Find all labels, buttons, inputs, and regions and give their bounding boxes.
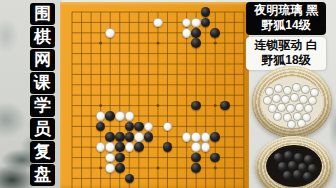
star-point [157, 104, 160, 107]
caption-char-4: 课 [30, 72, 55, 94]
black-stone [105, 132, 115, 142]
white-stone [201, 132, 211, 142]
star-point [157, 42, 160, 45]
star-point [99, 104, 102, 107]
white-stone [182, 132, 192, 142]
black-stones-pile [266, 145, 322, 187]
white-stone [191, 132, 201, 142]
go-lesson-thumbnail: 围棋网课学员复盘 夜明琉璃 黑 野狐14级 连锁驱动 白 野狐18级 [0, 0, 336, 188]
black-stone [220, 101, 230, 111]
star-point [214, 167, 217, 170]
bowl-white-stone [286, 104, 295, 113]
bowl-white-stone [274, 84, 283, 93]
caption-char-1: 围 [30, 3, 55, 25]
white-stones-pile [261, 77, 323, 128]
bowl-white-stone [277, 103, 286, 112]
black-stone [210, 132, 220, 142]
caption-char-3: 网 [30, 49, 55, 71]
black-stones-bowl [255, 136, 333, 188]
bowl-black-stone [293, 170, 302, 179]
white-stone [134, 132, 144, 142]
black-player-rank: 野狐14级 [246, 18, 326, 33]
white-stone [125, 142, 135, 152]
bowl-white-stone [272, 94, 281, 103]
white-player-name: 连锁驱动 白 [246, 38, 326, 53]
go-board[interactable] [60, 2, 249, 188]
caption-char-5: 学 [30, 95, 55, 117]
bowl-white-stone [301, 85, 310, 94]
bowl-white-stone [295, 103, 304, 112]
bowl-white-stone [304, 104, 313, 113]
star-point [214, 42, 217, 45]
star-point [99, 167, 102, 170]
white-stone [191, 18, 201, 28]
caption-char-7: 复 [30, 141, 55, 163]
caption-column: 围棋网课学员复盘 [30, 3, 56, 187]
star-point [157, 167, 160, 170]
star-point [214, 104, 217, 107]
bowl-white-stone [287, 120, 296, 128]
white-stone [96, 111, 106, 121]
player-info-white: 连锁驱动 白 野狐18级 [246, 37, 326, 70]
black-stone [134, 142, 144, 152]
bowl-white-stone [273, 112, 282, 121]
black-stone [191, 38, 201, 48]
black-stone [115, 153, 125, 163]
white-stone [125, 111, 135, 121]
bowl-black-stone [283, 171, 292, 180]
bowl-white-stone [297, 119, 306, 128]
black-stone [191, 163, 201, 173]
bowl-black-stone [294, 153, 303, 162]
white-stone [105, 28, 115, 38]
bowl-black-stone [278, 162, 287, 171]
bowl-white-stone [292, 83, 301, 92]
black-stone [191, 28, 201, 38]
white-stone [115, 111, 125, 121]
bowl-black-stone [274, 153, 283, 162]
black-stone [125, 132, 135, 142]
black-stone [115, 142, 125, 152]
bowl-black-stone [284, 151, 293, 160]
caption-char-6: 员 [30, 118, 55, 140]
player-info-black: 夜明琉璃 黑 野狐14级 [246, 2, 326, 35]
white-stone [105, 142, 115, 152]
bowl-black-stone [304, 155, 313, 164]
white-stone [182, 28, 192, 38]
white-stone [105, 163, 115, 173]
bowl-black-stone [288, 161, 297, 170]
bowl-white-stone [290, 93, 299, 102]
black-stone [105, 111, 115, 121]
white-stones-bowl [252, 66, 332, 138]
black-stone [115, 132, 125, 142]
caption-char-2: 棋 [30, 26, 55, 48]
white-stone [191, 142, 201, 152]
black-stone [115, 163, 125, 173]
white-stone [153, 18, 163, 28]
bowl-black-stone [303, 172, 312, 181]
black-stone [134, 122, 144, 132]
black-stone [144, 132, 154, 142]
black-stone [210, 28, 220, 38]
board-grid [60, 2, 249, 188]
caption-char-8: 盘 [30, 164, 55, 186]
star-point [99, 42, 102, 45]
black-player-name: 夜明琉璃 黑 [246, 3, 326, 18]
